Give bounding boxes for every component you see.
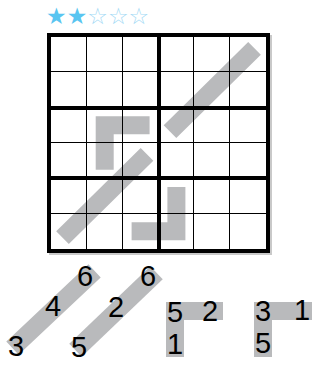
sudoku-board: [47, 33, 270, 253]
piece2-digit3: 6: [140, 262, 156, 291]
cell-r6c5[interactable]: [194, 214, 230, 249]
cell-r6c2[interactable]: [87, 214, 123, 249]
cell-r5c6[interactable]: [230, 178, 266, 213]
puzzle-page: ★★☆☆☆ 3 4 6 5 2 6 5 2 1 3 1 5: [0, 0, 318, 367]
cell-r4c5[interactable]: [194, 143, 230, 178]
piece1-digit2: 4: [45, 292, 61, 321]
cell-r6c6[interactable]: [230, 214, 266, 249]
cell-r5c1[interactable]: [51, 178, 87, 213]
piece4-digit1: 3: [255, 297, 271, 326]
piece4-digit3: 5: [255, 329, 271, 358]
cell-r6c4[interactable]: [158, 214, 194, 249]
cell-r2c3[interactable]: [123, 72, 159, 107]
cell-r2c1[interactable]: [51, 72, 87, 107]
cell-r4c6[interactable]: [230, 143, 266, 178]
cell-r1c6[interactable]: [230, 37, 266, 72]
piece2-digit2: 2: [108, 293, 124, 322]
cell-r4c4[interactable]: [158, 143, 194, 178]
cell-r4c3[interactable]: [123, 143, 159, 178]
cell-r2c6[interactable]: [230, 72, 266, 107]
piece3-digit2: 2: [202, 297, 218, 326]
cell-r3c1[interactable]: [51, 108, 87, 143]
piece1-digit3: 6: [77, 262, 93, 291]
piece3-digit1: 5: [167, 298, 183, 327]
cell-r5c2[interactable]: [87, 178, 123, 213]
cell-r3c2[interactable]: [87, 108, 123, 143]
cell-r2c4[interactable]: [158, 72, 194, 107]
piece3-digit3: 1: [167, 330, 183, 359]
cell-r3c6[interactable]: [230, 108, 266, 143]
cell-r5c4[interactable]: [158, 178, 194, 213]
cell-r2c5[interactable]: [194, 72, 230, 107]
cell-r1c4[interactable]: [158, 37, 194, 72]
cell-r4c1[interactable]: [51, 143, 87, 178]
cell-r1c1[interactable]: [51, 37, 87, 72]
cell-r2c2[interactable]: [87, 72, 123, 107]
cell-r1c5[interactable]: [194, 37, 230, 72]
cell-r3c5[interactable]: [194, 108, 230, 143]
box-divider-vertical: [157, 37, 161, 249]
cell-r1c3[interactable]: [123, 37, 159, 72]
cell-r3c4[interactable]: [158, 108, 194, 143]
piece2-digit1: 5: [71, 333, 87, 362]
cell-r6c3[interactable]: [123, 214, 159, 249]
cell-r4c2[interactable]: [87, 143, 123, 178]
cell-r6c1[interactable]: [51, 214, 87, 249]
box-divider-horizontal-2: [51, 176, 266, 180]
box-divider-horizontal-1: [51, 106, 266, 110]
piece4-digit2: 1: [294, 296, 310, 325]
cell-r3c3[interactable]: [123, 108, 159, 143]
cell-r1c2[interactable]: [87, 37, 123, 72]
cell-r5c3[interactable]: [123, 178, 159, 213]
cell-r5c5[interactable]: [194, 178, 230, 213]
piece1-digit1: 3: [8, 332, 24, 361]
